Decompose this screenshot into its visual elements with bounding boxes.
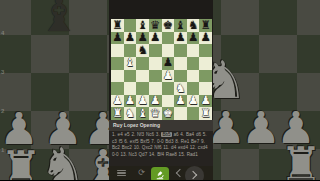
piece-white-pawn-f2[interactable]: ♟ (175, 95, 185, 107)
square-d7[interactable]: ♟ (149, 32, 162, 45)
piece-black-king-e8[interactable]: ♚ (163, 20, 173, 32)
backdrop-square (69, 35, 107, 73)
backdrop-square (297, 35, 320, 73)
square-g5[interactable] (187, 57, 200, 70)
square-f5[interactable] (174, 57, 187, 70)
piece-black-pawn-g7[interactable]: ♟ (188, 32, 198, 44)
piece-black-rook-a8[interactable]: ♜ (112, 20, 122, 32)
backdrop-square (259, 111, 297, 149)
backdrop-square (259, 0, 297, 35)
square-h7[interactable]: ♟ (199, 32, 212, 45)
square-a6[interactable] (111, 44, 124, 57)
square-d3[interactable] (149, 82, 162, 95)
backdrop-square (0, 73, 31, 111)
square-c6[interactable]: ♞ (136, 44, 149, 57)
square-h4[interactable] (199, 70, 212, 83)
back-button[interactable] (176, 169, 184, 177)
opening-name-bar: Ruy Lopez Opening (109, 120, 213, 131)
square-g3[interactable] (187, 82, 200, 95)
square-e6[interactable] (162, 44, 175, 57)
backdrop-square (297, 111, 320, 149)
move-list[interactable]: 1. e4 e5 2. Nf3 Nc6 3. Bb5 a6 4. Ba4 d6 … (109, 131, 213, 166)
piece-white-pawn-d2[interactable]: ♟ (150, 95, 160, 107)
backdrop-square (297, 73, 320, 111)
square-f3[interactable]: ♞ (174, 82, 187, 95)
backdrop-rank-label: 3 (1, 69, 4, 75)
square-h8[interactable]: ♜ (199, 19, 212, 32)
square-a3[interactable] (111, 82, 124, 95)
piece-white-king-e1[interactable]: ♚ (163, 108, 173, 120)
square-h5[interactable] (199, 57, 212, 70)
piece-white-pawn-h2[interactable]: ♟ (201, 95, 211, 107)
backdrop-square (69, 0, 107, 35)
square-b1[interactable]: ♞ (124, 107, 137, 120)
piece-black-bishop-f8[interactable]: ♝ (175, 20, 185, 32)
square-b7[interactable]: ♟ (124, 32, 137, 45)
piece-white-pawn-c2[interactable]: ♟ (137, 95, 147, 107)
piece-white-queen-d1[interactable]: ♛ (150, 108, 160, 120)
square-e1[interactable]: ♚ (162, 107, 175, 120)
square-b6[interactable] (124, 44, 137, 57)
square-a2[interactable]: ♟ (111, 95, 124, 108)
square-e8[interactable]: ♚ (162, 19, 175, 32)
square-d1[interactable]: ♛ (149, 107, 162, 120)
square-c3[interactable] (136, 82, 149, 95)
square-f1[interactable] (174, 107, 187, 120)
microscope-icon (155, 166, 165, 181)
square-g1[interactable] (187, 107, 200, 120)
square-c4[interactable] (136, 70, 149, 83)
square-b8[interactable] (124, 19, 137, 32)
piece-white-pawn-a2[interactable]: ♟ (112, 95, 122, 107)
square-f7[interactable]: ♟ (174, 32, 187, 45)
piece-black-pawn-f7[interactable]: ♟ (175, 32, 185, 44)
square-h1[interactable]: ♜ (199, 107, 212, 120)
video-frame: 4321♝♞♟♟♟♟♟♟♜♞♝♜ ♜♝♛♚♝♞♜♟♟♟♟♟♟♟♞♝♟♟♞♟♟♟♟… (0, 0, 320, 180)
square-e4[interactable]: ♟ (162, 70, 175, 83)
piece-black-knight-g8[interactable]: ♞ (188, 20, 198, 32)
piece-black-rook-h8[interactable]: ♜ (201, 20, 211, 32)
square-a7[interactable]: ♟ (111, 32, 124, 45)
opening-name: Ruy Lopez Opening (113, 122, 160, 128)
backdrop-square (259, 149, 297, 180)
square-h6[interactable] (199, 44, 212, 57)
backdrop-square (0, 0, 31, 35)
piece-black-pawn-d7[interactable]: ♟ (150, 32, 160, 44)
square-g2[interactable]: ♟ (187, 95, 200, 108)
square-g4[interactable] (187, 70, 200, 83)
square-a8[interactable]: ♜ (111, 19, 124, 32)
square-b4[interactable] (124, 70, 137, 83)
square-d4[interactable] (149, 70, 162, 83)
square-d8[interactable]: ♛ (149, 19, 162, 32)
backdrop-square (259, 73, 297, 111)
square-c5[interactable] (136, 57, 149, 70)
bottom-toolbar: ⟳ (109, 166, 213, 180)
backdrop-square (259, 35, 297, 73)
piece-black-knight-c6[interactable]: ♞ (137, 45, 147, 57)
backdrop-square (69, 111, 107, 149)
backdrop-square (0, 35, 31, 73)
backdrop-square (31, 111, 69, 149)
piece-white-pawn-b2[interactable]: ♟ (125, 95, 135, 107)
cycle-icon[interactable]: ⟳ (137, 168, 146, 177)
backdrop-square (31, 73, 69, 111)
piece-black-pawn-e5[interactable]: ♟ (163, 57, 173, 69)
square-e3[interactable] (162, 82, 175, 95)
backdrop-square (0, 149, 31, 180)
square-f4[interactable] (174, 70, 187, 83)
backdrop-rank-label: 4 (1, 30, 4, 36)
square-e2[interactable] (162, 95, 175, 108)
analyze-button[interactable] (151, 167, 169, 180)
piece-white-pawn-g2[interactable]: ♟ (188, 95, 198, 107)
piece-white-pawn-e4[interactable]: ♟ (163, 70, 173, 82)
backdrop-square (221, 111, 259, 149)
backdrop-square (297, 149, 320, 180)
menu-icon[interactable] (117, 170, 126, 176)
piece-white-rook-h1[interactable]: ♜ (201, 108, 211, 120)
backdrop-square (31, 35, 69, 73)
square-e5[interactable]: ♟ (162, 57, 175, 70)
square-f6[interactable] (174, 44, 187, 57)
backdrop-square (31, 0, 69, 35)
piece-white-knight-f3[interactable]: ♞ (175, 83, 185, 95)
square-d6[interactable] (149, 44, 162, 57)
forward-chevron-icon (189, 171, 197, 179)
piece-white-bishop-c1[interactable]: ♝ (137, 108, 147, 120)
piece-black-bishop-c8[interactable]: ♝ (137, 20, 147, 32)
backdrop-rank-label: 1 (1, 147, 4, 153)
backdrop-square (69, 149, 107, 180)
backdrop-square (31, 149, 69, 180)
chess-board[interactable]: ♜♝♛♚♝♞♜♟♟♟♟♟♟♟♞♝♟♟♞♟♟♟♟♟♟♟♜♞♝♛♚♜ (111, 19, 212, 120)
square-g6[interactable] (187, 44, 200, 57)
square-d5[interactable] (149, 57, 162, 70)
piece-black-pawn-a7[interactable]: ♟ (112, 32, 122, 44)
square-e7[interactable] (162, 32, 175, 45)
square-f8[interactable]: ♝ (174, 19, 187, 32)
backdrop-square (221, 73, 259, 111)
square-h3[interactable] (199, 82, 212, 95)
backdrop-square (221, 0, 259, 35)
piece-black-pawn-h7[interactable]: ♟ (201, 32, 211, 44)
backdrop-square (0, 111, 31, 149)
square-g8[interactable]: ♞ (187, 19, 200, 32)
piece-white-rook-a1[interactable]: ♜ (112, 108, 122, 120)
piece-black-pawn-c7[interactable]: ♟ (137, 32, 147, 44)
square-h2[interactable]: ♟ (199, 95, 212, 108)
piece-black-queen-d8[interactable]: ♛ (150, 20, 160, 32)
square-a5[interactable] (111, 57, 124, 70)
square-b5[interactable]: ♝ (124, 57, 137, 70)
moves-before: 1. e4 e5 2. Nf3 Nc6 3. (112, 132, 161, 137)
square-a4[interactable] (111, 70, 124, 83)
piece-white-knight-b1[interactable]: ♞ (125, 108, 135, 120)
piece-black-pawn-b7[interactable]: ♟ (125, 32, 135, 44)
square-b2[interactable]: ♟ (124, 95, 137, 108)
square-c7[interactable]: ♟ (136, 32, 149, 45)
backdrop-square (221, 149, 259, 180)
backdrop-rank-label: 2 (1, 108, 4, 114)
current-move[interactable]: Bb5 (161, 132, 171, 137)
backdrop-square (221, 35, 259, 73)
square-a1[interactable]: ♜ (111, 107, 124, 120)
square-c2[interactable]: ♟ (136, 95, 149, 108)
square-c8[interactable]: ♝ (136, 19, 149, 32)
square-g7[interactable]: ♟ (187, 32, 200, 45)
chess-app-panel: ♜♝♛♚♝♞♜♟♟♟♟♟♟♟♞♝♟♟♞♟♟♟♟♟♟♟♜♞♝♛♚♜ Ruy Lop… (109, 0, 213, 180)
square-b3[interactable] (124, 82, 137, 95)
square-d2[interactable]: ♟ (149, 95, 162, 108)
backdrop-square (297, 0, 320, 35)
backdrop-square (69, 73, 107, 111)
square-f2[interactable]: ♟ (174, 95, 187, 108)
square-c1[interactable]: ♝ (136, 107, 149, 120)
piece-white-bishop-b5[interactable]: ♝ (125, 57, 135, 69)
forward-button[interactable] (185, 166, 204, 180)
